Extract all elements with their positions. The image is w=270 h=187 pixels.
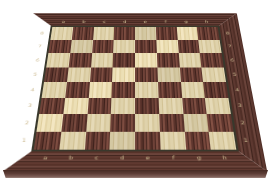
square-f3[interactable] [158, 98, 183, 114]
square-a1[interactable] [34, 131, 61, 149]
square-a7[interactable] [48, 40, 71, 53]
square-g7[interactable] [177, 40, 200, 53]
square-a3[interactable] [39, 98, 65, 114]
square-g8[interactable] [176, 27, 198, 40]
square-c2[interactable] [86, 114, 111, 131]
square-d2[interactable] [110, 114, 135, 131]
square-h3[interactable] [205, 98, 231, 114]
square-e6[interactable] [135, 53, 157, 67]
square-f6[interactable] [157, 53, 180, 67]
square-d7[interactable] [113, 40, 135, 53]
board-frame-bottom [3, 151, 267, 171]
square-e1[interactable] [135, 131, 160, 149]
square-f8[interactable] [156, 27, 178, 40]
square-b6[interactable] [68, 53, 91, 67]
square-c7[interactable] [92, 40, 114, 53]
square-a6[interactable] [46, 53, 70, 67]
square-c8[interactable] [93, 27, 115, 40]
square-d4[interactable] [112, 82, 135, 98]
square-e3[interactable] [135, 98, 159, 114]
square-b4[interactable] [65, 82, 90, 98]
square-g1[interactable] [184, 131, 211, 149]
square-d5[interactable] [112, 67, 135, 82]
square-h2[interactable] [207, 114, 234, 131]
square-b5[interactable] [67, 67, 91, 82]
square-h8[interactable] [197, 27, 220, 40]
square-g2[interactable] [183, 114, 209, 131]
square-f5[interactable] [157, 67, 180, 82]
square-h7[interactable] [198, 40, 221, 53]
square-c1[interactable] [84, 131, 110, 149]
square-a2[interactable] [37, 114, 64, 131]
square-a4[interactable] [42, 82, 67, 98]
square-b8[interactable] [72, 27, 94, 40]
square-e7[interactable] [135, 40, 157, 53]
square-h4[interactable] [203, 82, 228, 98]
square-d1[interactable] [110, 131, 135, 149]
square-b1[interactable] [59, 131, 86, 149]
photo-background: abcdefgh abcdefgh 87654321 87654321 [0, 0, 270, 187]
square-f2[interactable] [159, 114, 184, 131]
square-c3[interactable] [87, 98, 112, 114]
square-a8[interactable] [50, 27, 73, 40]
square-h1[interactable] [209, 131, 236, 149]
square-g5[interactable] [179, 67, 203, 82]
board-frame-top [31, 13, 239, 25]
board-side-edge [3, 170, 268, 178]
square-d8[interactable] [114, 27, 135, 40]
square-b2[interactable] [61, 114, 87, 131]
square-c6[interactable] [91, 53, 114, 67]
square-f1[interactable] [160, 131, 186, 149]
square-e5[interactable] [135, 67, 158, 82]
square-b3[interactable] [63, 98, 88, 114]
square-h6[interactable] [200, 53, 224, 67]
square-e4[interactable] [135, 82, 158, 98]
square-f7[interactable] [156, 40, 178, 53]
chess-board[interactable]: abcdefgh abcdefgh 87654321 87654321 [3, 13, 267, 171]
square-d3[interactable] [111, 98, 135, 114]
square-g3[interactable] [182, 98, 207, 114]
square-e2[interactable] [135, 114, 160, 131]
square-d6[interactable] [113, 53, 135, 67]
square-e8[interactable] [135, 27, 156, 40]
square-g6[interactable] [178, 53, 201, 67]
square-a5[interactable] [44, 67, 68, 82]
square-c5[interactable] [90, 67, 113, 82]
square-h5[interactable] [202, 67, 226, 82]
square-f4[interactable] [158, 82, 182, 98]
square-b7[interactable] [70, 40, 93, 53]
square-g4[interactable] [181, 82, 206, 98]
square-c4[interactable] [88, 82, 112, 98]
board-field[interactable] [31, 26, 239, 152]
